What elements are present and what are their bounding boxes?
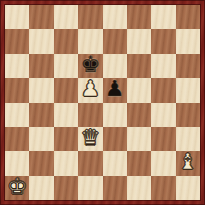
white-king[interactable]: ♚ xyxy=(7,176,27,198)
square-f4[interactable] xyxy=(127,103,151,127)
square-h3[interactable] xyxy=(176,127,200,151)
square-c2[interactable] xyxy=(54,151,78,175)
square-f6[interactable] xyxy=(127,54,151,78)
square-c8[interactable] xyxy=(54,5,78,29)
square-g5[interactable] xyxy=(151,78,175,102)
square-d1[interactable] xyxy=(78,176,102,200)
square-a3[interactable] xyxy=(5,127,29,151)
square-f8[interactable] xyxy=(127,5,151,29)
square-e8[interactable] xyxy=(103,5,127,29)
square-g6[interactable] xyxy=(151,54,175,78)
square-c4[interactable] xyxy=(54,103,78,127)
square-b2[interactable] xyxy=(29,151,53,175)
square-c6[interactable] xyxy=(54,54,78,78)
square-c1[interactable] xyxy=(54,176,78,200)
square-f1[interactable] xyxy=(127,176,151,200)
square-g1[interactable] xyxy=(151,176,175,200)
square-d4[interactable] xyxy=(78,103,102,127)
square-e5[interactable]: ♟ xyxy=(103,78,127,102)
square-a6[interactable] xyxy=(5,54,29,78)
square-b7[interactable] xyxy=(29,29,53,53)
black-king[interactable]: ♚ xyxy=(80,54,100,76)
square-d5[interactable]: ♟ xyxy=(78,78,102,102)
square-b6[interactable] xyxy=(29,54,53,78)
square-e2[interactable] xyxy=(103,151,127,175)
square-g2[interactable] xyxy=(151,151,175,175)
square-h1[interactable] xyxy=(176,176,200,200)
square-h4[interactable] xyxy=(176,103,200,127)
chess-board: ♚♟♟♛♝♚ xyxy=(5,5,200,200)
black-pawn[interactable]: ♟ xyxy=(105,78,125,100)
square-h5[interactable] xyxy=(176,78,200,102)
square-c7[interactable] xyxy=(54,29,78,53)
square-f5[interactable] xyxy=(127,78,151,102)
white-queen[interactable]: ♛ xyxy=(80,127,100,149)
square-d2[interactable] xyxy=(78,151,102,175)
square-g8[interactable] xyxy=(151,5,175,29)
square-h2[interactable]: ♝ xyxy=(176,151,200,175)
white-bishop[interactable]: ♝ xyxy=(178,151,198,173)
square-e7[interactable] xyxy=(103,29,127,53)
square-a7[interactable] xyxy=(5,29,29,53)
square-b3[interactable] xyxy=(29,127,53,151)
square-h6[interactable] xyxy=(176,54,200,78)
square-g7[interactable] xyxy=(151,29,175,53)
square-c3[interactable] xyxy=(54,127,78,151)
square-b1[interactable] xyxy=(29,176,53,200)
square-a2[interactable] xyxy=(5,151,29,175)
square-c5[interactable] xyxy=(54,78,78,102)
square-e4[interactable] xyxy=(103,103,127,127)
square-f7[interactable] xyxy=(127,29,151,53)
square-d6[interactable]: ♚ xyxy=(78,54,102,78)
square-f2[interactable] xyxy=(127,151,151,175)
square-h7[interactable] xyxy=(176,29,200,53)
square-b4[interactable] xyxy=(29,103,53,127)
square-e3[interactable] xyxy=(103,127,127,151)
square-b5[interactable] xyxy=(29,78,53,102)
square-g3[interactable] xyxy=(151,127,175,151)
square-b8[interactable] xyxy=(29,5,53,29)
square-a4[interactable] xyxy=(5,103,29,127)
square-f3[interactable] xyxy=(127,127,151,151)
square-e1[interactable] xyxy=(103,176,127,200)
board-frame: ♚♟♟♛♝♚ xyxy=(0,0,205,205)
square-d7[interactable] xyxy=(78,29,102,53)
square-d3[interactable]: ♛ xyxy=(78,127,102,151)
square-a8[interactable] xyxy=(5,5,29,29)
square-h8[interactable] xyxy=(176,5,200,29)
square-a5[interactable] xyxy=(5,78,29,102)
square-e6[interactable] xyxy=(103,54,127,78)
white-pawn[interactable]: ♟ xyxy=(80,78,100,100)
square-g4[interactable] xyxy=(151,103,175,127)
square-d8[interactable] xyxy=(78,5,102,29)
square-a1[interactable]: ♚ xyxy=(5,176,29,200)
